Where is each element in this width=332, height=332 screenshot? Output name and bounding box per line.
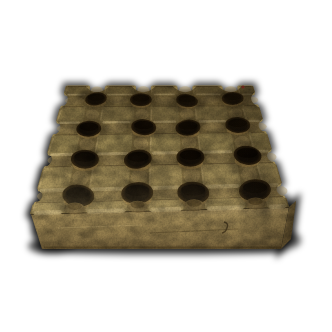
red-paint-fleck	[241, 85, 244, 88]
patina-texture	[14, 76, 306, 258]
product-photo-background	[0, 0, 332, 332]
brass-ashtray-photo	[0, 0, 332, 332]
